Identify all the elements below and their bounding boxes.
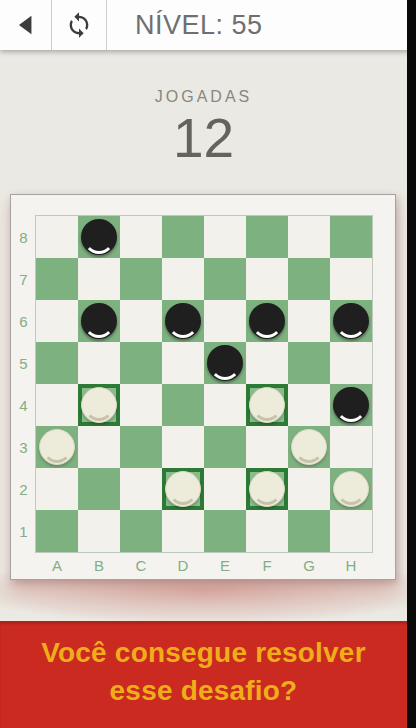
square-C7[interactable]: [120, 258, 162, 300]
black-man-H4[interactable]: [333, 387, 369, 423]
square-G1[interactable]: [288, 510, 330, 552]
square-G2[interactable]: [288, 468, 330, 510]
square-E6[interactable]: [204, 300, 246, 342]
square-H5[interactable]: [330, 342, 372, 384]
square-A3[interactable]: [36, 426, 78, 468]
square-F7[interactable]: [246, 258, 288, 300]
square-B6[interactable]: [78, 300, 120, 342]
white-man-A3[interactable]: [39, 429, 75, 465]
square-E5[interactable]: [204, 342, 246, 384]
square-F6[interactable]: [246, 300, 288, 342]
white-man-H2[interactable]: [333, 471, 369, 507]
square-A4[interactable]: [36, 384, 78, 426]
level-title: NÍVEL: 55: [135, 0, 263, 50]
square-G8[interactable]: [288, 216, 330, 258]
square-H7[interactable]: [330, 258, 372, 300]
square-E1[interactable]: [204, 510, 246, 552]
square-C5[interactable]: [120, 342, 162, 384]
square-G6[interactable]: [288, 300, 330, 342]
square-C2[interactable]: [120, 468, 162, 510]
white-man-B4[interactable]: [81, 387, 117, 423]
square-E7[interactable]: [204, 258, 246, 300]
square-F5[interactable]: [246, 342, 288, 384]
file-label-E: E: [204, 552, 246, 579]
rank-labels: 87654321: [11, 216, 36, 552]
square-D7[interactable]: [162, 258, 204, 300]
screen-edge-strip: [407, 0, 416, 728]
black-man-E5[interactable]: [207, 345, 243, 381]
square-D5[interactable]: [162, 342, 204, 384]
rank-label-2: 2: [11, 468, 36, 510]
moves-counter: JOGADAS 12: [0, 88, 407, 168]
square-D1[interactable]: [162, 510, 204, 552]
challenge-banner[interactable]: Você consegue resolver esse desafio?: [0, 621, 416, 728]
square-A7[interactable]: [36, 258, 78, 300]
square-C6[interactable]: [120, 300, 162, 342]
rank-label-7: 7: [11, 258, 36, 300]
black-man-B8[interactable]: [81, 219, 117, 255]
square-F4[interactable]: [246, 384, 288, 426]
back-button[interactable]: [0, 0, 52, 50]
square-B1[interactable]: [78, 510, 120, 552]
moves-label: JOGADAS: [0, 88, 407, 106]
square-A6[interactable]: [36, 300, 78, 342]
square-C4[interactable]: [120, 384, 162, 426]
square-B5[interactable]: [78, 342, 120, 384]
rank-label-8: 8: [11, 216, 36, 258]
file-label-C: C: [120, 552, 162, 579]
square-D4[interactable]: [162, 384, 204, 426]
moves-value: 12: [0, 110, 407, 168]
rank-label-3: 3: [11, 426, 36, 468]
square-G4[interactable]: [288, 384, 330, 426]
square-A2[interactable]: [36, 468, 78, 510]
square-H4[interactable]: [330, 384, 372, 426]
back-arrow-icon: [13, 12, 39, 38]
rank-label-1: 1: [11, 510, 36, 552]
black-man-D6[interactable]: [165, 303, 201, 339]
square-H3[interactable]: [330, 426, 372, 468]
file-label-D: D: [162, 552, 204, 579]
white-man-F4[interactable]: [249, 387, 285, 423]
square-A1[interactable]: [36, 510, 78, 552]
square-E2[interactable]: [204, 468, 246, 510]
white-man-G3[interactable]: [291, 429, 327, 465]
black-man-B6[interactable]: [81, 303, 117, 339]
square-F2[interactable]: [246, 468, 288, 510]
square-E3[interactable]: [204, 426, 246, 468]
square-G5[interactable]: [288, 342, 330, 384]
file-labels: ABCDEFGH: [36, 552, 372, 579]
square-D2[interactable]: [162, 468, 204, 510]
board-grid: [36, 216, 372, 552]
square-B2[interactable]: [78, 468, 120, 510]
checkers-board: 87654321 ABCDEFGH: [10, 194, 396, 580]
challenge-banner-text: Você consegue resolver esse desafio?: [0, 621, 407, 710]
square-E4[interactable]: [204, 384, 246, 426]
banner-line-1: Você consegue resolver: [0, 634, 407, 672]
file-label-H: H: [330, 552, 372, 579]
square-D8[interactable]: [162, 216, 204, 258]
file-label-F: F: [246, 552, 288, 579]
square-G7[interactable]: [288, 258, 330, 300]
square-C3[interactable]: [120, 426, 162, 468]
refresh-button[interactable]: [52, 0, 107, 50]
square-B7[interactable]: [78, 258, 120, 300]
square-E8[interactable]: [204, 216, 246, 258]
square-F8[interactable]: [246, 216, 288, 258]
square-H1[interactable]: [330, 510, 372, 552]
rank-label-6: 6: [11, 300, 36, 342]
file-label-A: A: [36, 552, 78, 579]
square-B8[interactable]: [78, 216, 120, 258]
square-B3[interactable]: [78, 426, 120, 468]
refresh-icon: [65, 11, 93, 39]
black-man-H6[interactable]: [333, 303, 369, 339]
square-H2[interactable]: [330, 468, 372, 510]
rank-label-4: 4: [11, 384, 36, 426]
file-label-G: G: [288, 552, 330, 579]
square-D3[interactable]: [162, 426, 204, 468]
file-label-B: B: [78, 552, 120, 579]
black-man-F6[interactable]: [249, 303, 285, 339]
white-man-D2[interactable]: [165, 471, 201, 507]
square-G3[interactable]: [288, 426, 330, 468]
square-H8[interactable]: [330, 216, 372, 258]
square-C8[interactable]: [120, 216, 162, 258]
white-man-F2[interactable]: [249, 471, 285, 507]
rank-label-5: 5: [11, 342, 36, 384]
square-D6[interactable]: [162, 300, 204, 342]
square-A5[interactable]: [36, 342, 78, 384]
square-F1[interactable]: [246, 510, 288, 552]
square-A8[interactable]: [36, 216, 78, 258]
square-F3[interactable]: [246, 426, 288, 468]
square-C1[interactable]: [120, 510, 162, 552]
top-bar: NÍVEL: 55: [0, 0, 416, 50]
banner-line-2: esse desafio?: [0, 672, 407, 710]
square-B4[interactable]: [78, 384, 120, 426]
square-H6[interactable]: [330, 300, 372, 342]
